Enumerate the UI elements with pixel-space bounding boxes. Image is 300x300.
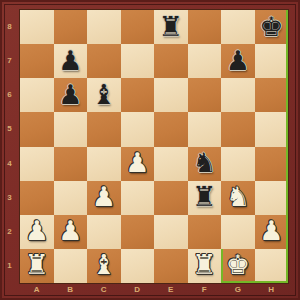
square-e2[interactable] <box>154 215 188 249</box>
square-b6[interactable]: ♟ <box>54 78 88 112</box>
square-h1[interactable] <box>255 249 289 283</box>
square-b3[interactable] <box>54 181 88 215</box>
square-b7[interactable]: ♟ <box>54 44 88 78</box>
square-e4[interactable] <box>154 147 188 181</box>
file-label-d: D <box>121 285 155 294</box>
square-a6[interactable] <box>20 78 54 112</box>
square-d2[interactable] <box>121 215 155 249</box>
square-a8[interactable] <box>20 10 54 44</box>
rank-label-6: 6 <box>0 90 19 99</box>
piece-white-bishop[interactable]: ♝ <box>92 251 116 278</box>
piece-black-rook[interactable]: ♜ <box>159 13 183 40</box>
piece-black-pawn[interactable]: ♟ <box>58 47 82 74</box>
file-label-b: B <box>54 285 88 294</box>
chess-board: ♜♚♟♟♟♝♟♞♟♜♞♟♟♟♜♝♜♚ <box>20 10 288 283</box>
rank-label-4: 4 <box>0 159 19 168</box>
square-c5[interactable] <box>87 112 121 146</box>
square-c2[interactable] <box>87 215 121 249</box>
piece-white-pawn[interactable]: ♟ <box>125 149 149 176</box>
square-c4[interactable] <box>87 147 121 181</box>
square-a1[interactable]: ♜ <box>20 249 54 283</box>
square-c8[interactable] <box>87 10 121 44</box>
square-c7[interactable] <box>87 44 121 78</box>
piece-white-rook[interactable]: ♜ <box>192 251 216 278</box>
square-f5[interactable] <box>188 112 222 146</box>
square-b4[interactable] <box>54 147 88 181</box>
square-g6[interactable] <box>221 78 255 112</box>
square-g2[interactable] <box>221 215 255 249</box>
file-label-c: C <box>87 285 121 294</box>
square-e5[interactable] <box>154 112 188 146</box>
square-d4[interactable]: ♟ <box>121 147 155 181</box>
square-d3[interactable] <box>121 181 155 215</box>
square-a5[interactable] <box>20 112 54 146</box>
rank-labels: 87654321 <box>0 10 19 283</box>
rank-label-3: 3 <box>0 193 19 202</box>
file-label-a: A <box>20 285 54 294</box>
piece-white-pawn[interactable]: ♟ <box>25 217 49 244</box>
piece-black-rook[interactable]: ♜ <box>192 183 216 210</box>
square-e3[interactable] <box>154 181 188 215</box>
file-label-g: G <box>221 285 255 294</box>
square-d7[interactable] <box>121 44 155 78</box>
square-d5[interactable] <box>121 112 155 146</box>
square-a3[interactable] <box>20 181 54 215</box>
square-b2[interactable]: ♟ <box>54 215 88 249</box>
rank-label-2: 2 <box>0 227 19 236</box>
square-c6[interactable]: ♝ <box>87 78 121 112</box>
square-h2[interactable]: ♟ <box>255 215 289 249</box>
square-f7[interactable] <box>188 44 222 78</box>
square-f2[interactable] <box>188 215 222 249</box>
rank-label-7: 7 <box>0 56 19 65</box>
square-d1[interactable] <box>121 249 155 283</box>
square-f3[interactable]: ♜ <box>188 181 222 215</box>
square-b8[interactable] <box>54 10 88 44</box>
square-g3[interactable]: ♞ <box>221 181 255 215</box>
square-e8[interactable]: ♜ <box>154 10 188 44</box>
rank-label-5: 5 <box>0 124 19 133</box>
square-f4[interactable]: ♞ <box>188 147 222 181</box>
square-b1[interactable] <box>54 249 88 283</box>
square-a2[interactable]: ♟ <box>20 215 54 249</box>
rank-label-1: 1 <box>0 261 19 270</box>
square-h4[interactable] <box>255 147 289 181</box>
piece-black-pawn[interactable]: ♟ <box>58 81 82 108</box>
file-label-h: H <box>255 285 289 294</box>
square-g7[interactable]: ♟ <box>221 44 255 78</box>
piece-white-rook[interactable]: ♜ <box>25 251 49 278</box>
square-h6[interactable] <box>255 78 289 112</box>
chess-board-frame: ♜♚♟♟♟♝♟♞♟♜♞♟♟♟♜♝♜♚ 87654321 ABCDEFGH <box>0 0 300 300</box>
square-f8[interactable] <box>188 10 222 44</box>
piece-white-king[interactable]: ♚ <box>226 251 250 278</box>
piece-black-knight[interactable]: ♞ <box>192 149 216 176</box>
square-d6[interactable] <box>121 78 155 112</box>
square-g1[interactable]: ♚ <box>221 249 255 283</box>
square-h7[interactable] <box>255 44 289 78</box>
square-h3[interactable] <box>255 181 289 215</box>
square-f1[interactable]: ♜ <box>188 249 222 283</box>
square-e6[interactable] <box>154 78 188 112</box>
square-g8[interactable] <box>221 10 255 44</box>
square-h5[interactable] <box>255 112 289 146</box>
square-d8[interactable] <box>121 10 155 44</box>
square-a4[interactable] <box>20 147 54 181</box>
square-g5[interactable] <box>221 112 255 146</box>
file-label-e: E <box>154 285 188 294</box>
square-f6[interactable] <box>188 78 222 112</box>
piece-black-pawn[interactable]: ♟ <box>226 47 250 74</box>
piece-white-knight[interactable]: ♞ <box>226 183 250 210</box>
square-e7[interactable] <box>154 44 188 78</box>
square-a7[interactable] <box>20 44 54 78</box>
piece-black-king[interactable]: ♚ <box>259 13 283 40</box>
square-e1[interactable] <box>154 249 188 283</box>
square-b5[interactable] <box>54 112 88 146</box>
rank-label-8: 8 <box>0 22 19 31</box>
square-g4[interactable] <box>221 147 255 181</box>
piece-white-pawn[interactable]: ♟ <box>92 183 116 210</box>
square-c1[interactable]: ♝ <box>87 249 121 283</box>
piece-black-bishop[interactable]: ♝ <box>92 81 116 108</box>
piece-white-pawn[interactable]: ♟ <box>259 217 283 244</box>
square-c3[interactable]: ♟ <box>87 181 121 215</box>
piece-white-pawn[interactable]: ♟ <box>58 217 82 244</box>
file-label-f: F <box>188 285 222 294</box>
square-h8[interactable]: ♚ <box>255 10 289 44</box>
file-labels: ABCDEFGH <box>20 283 288 298</box>
